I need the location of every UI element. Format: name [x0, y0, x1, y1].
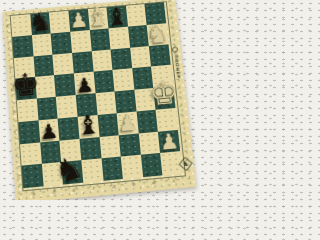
rank-label: 2 — [12, 144, 22, 167]
board-square — [32, 33, 53, 56]
board-square — [17, 99, 38, 122]
file-label: г — [83, 182, 104, 196]
brand-logo-icon — [172, 46, 179, 52]
rank-label: 3 — [10, 122, 20, 145]
board-square — [119, 133, 141, 157]
brand-text: ПИОНЕР — [173, 54, 181, 79]
board-square — [95, 91, 117, 114]
chess-board: ♞♟♝♝♞♚♟♚♟♝♟♟♞ абвгдежз 87654321 ПИОНЕР ♞ — [3, 0, 197, 200]
board-square — [58, 117, 80, 141]
board-square — [115, 90, 137, 113]
board-square — [79, 137, 101, 161]
board-square — [22, 164, 44, 188]
board-square — [132, 67, 154, 90]
board-square — [33, 54, 54, 77]
knight-stamp-icon: ♞ — [182, 160, 189, 168]
board-square — [111, 47, 132, 70]
rank-label: 4 — [9, 100, 19, 122]
board-square — [91, 49, 112, 72]
board-grid — [11, 2, 183, 188]
board-frame: ♞♟♝♝♞♚♟♚♟♝♟♟♞ абвгдежз 87654321 ПИОНЕР ♞ — [3, 0, 197, 200]
board-square — [138, 131, 160, 155]
board-square — [89, 28, 110, 51]
file-label: д — [103, 180, 124, 194]
board-square — [130, 46, 152, 69]
rank-label: 1 — [14, 166, 24, 189]
board-square — [36, 97, 57, 120]
board-square — [81, 159, 103, 183]
board-square — [99, 135, 121, 159]
board-square — [147, 23, 168, 46]
board-square — [156, 108, 178, 132]
board-square — [109, 26, 130, 49]
board-square — [49, 11, 70, 33]
board-square — [18, 120, 39, 144]
board-square — [70, 30, 91, 53]
board-square — [35, 75, 56, 98]
file-label: в — [63, 184, 84, 198]
board-square — [113, 68, 135, 91]
board-square — [136, 109, 158, 133]
board-square — [53, 52, 74, 75]
board-square — [151, 65, 173, 88]
board-square — [12, 35, 33, 58]
board-square — [51, 32, 72, 55]
photo-background: { "game": "chess", "description": "Overh… — [0, 0, 200, 200]
rank-label: 7 — [4, 37, 13, 59]
board-square — [38, 118, 59, 142]
board-square — [54, 74, 75, 97]
board-square — [30, 13, 51, 35]
board-square — [40, 140, 62, 164]
board-square — [77, 115, 99, 139]
file-label: е — [123, 178, 144, 192]
file-label: б — [43, 186, 64, 200]
rank-label: 5 — [7, 79, 17, 101]
board-square — [154, 86, 176, 109]
board-square — [61, 160, 83, 184]
board-square — [60, 138, 82, 162]
file-label: ж — [143, 176, 164, 190]
board-square — [107, 6, 128, 28]
board-square — [20, 142, 41, 166]
board-square — [42, 162, 64, 186]
board-square — [145, 2, 166, 24]
board-square — [72, 51, 93, 74]
board-square — [149, 44, 171, 67]
file-label: а — [23, 187, 44, 200]
board-square — [158, 129, 180, 153]
board-square — [14, 56, 35, 79]
board-square — [68, 9, 89, 31]
board-square — [87, 7, 108, 29]
maker-stamp: ♞ — [179, 157, 192, 170]
board-square — [11, 14, 32, 36]
board-square — [76, 93, 98, 116]
board-square — [126, 4, 147, 26]
board-square — [141, 153, 163, 177]
board-square — [101, 157, 123, 181]
board-square — [97, 113, 119, 137]
board-square — [56, 95, 77, 118]
board-square — [74, 72, 95, 95]
rank-label: 8 — [3, 16, 12, 37]
board-square — [93, 70, 114, 93]
rank-label: 6 — [6, 58, 15, 80]
file-label: з — [163, 175, 184, 189]
board-square — [128, 25, 149, 48]
board-square — [117, 111, 139, 135]
board-square — [121, 155, 143, 179]
board-square — [134, 88, 156, 111]
board-square — [15, 77, 36, 100]
